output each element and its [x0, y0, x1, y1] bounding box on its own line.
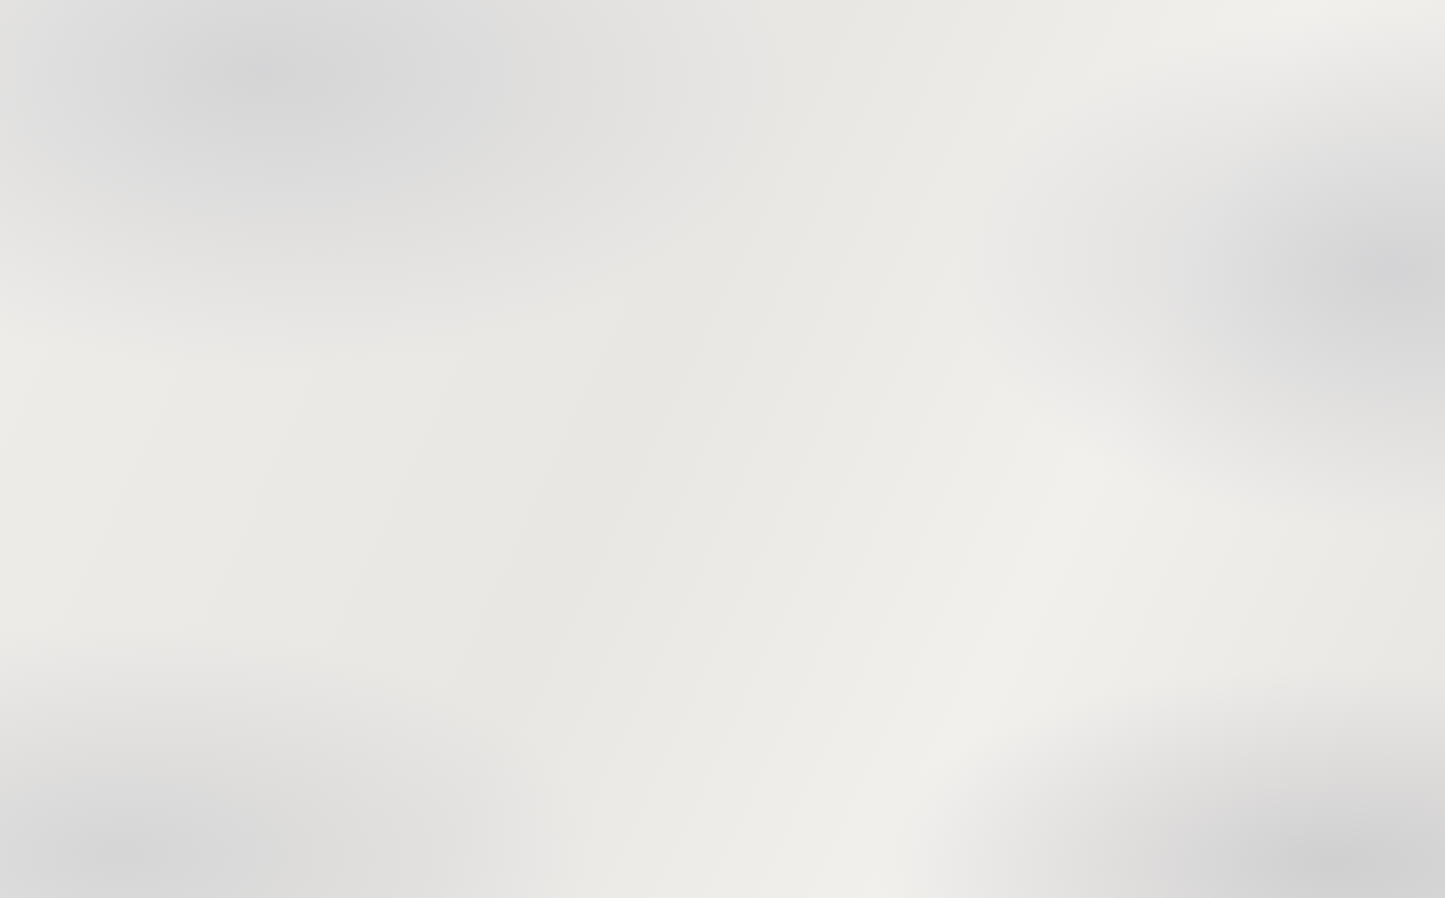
marble-countertop: [0, 0, 1445, 898]
dice-layer: [0, 0, 1445, 898]
